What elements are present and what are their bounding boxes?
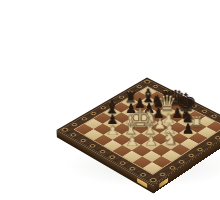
- chess-set-photo: ♜♛♚♝♞♛♟♞♜♜♟♟♟♟♟♟♟♞♟♟♝♟♚♝♞♟♝♟♟♟: [40, 16, 220, 200]
- photo-scene: ♜♛♚♝♞♛♟♞♜♜♟♟♟♟♟♟♟♞♟♟♝♟♚♝♞♟♝♟♟♟: [40, 16, 220, 200]
- brass-ring-icon: [129, 166, 136, 171]
- brass-ring-icon: [214, 135, 220, 139]
- brass-ring-icon: [140, 172, 147, 177]
- brass-ring-icon: [168, 166, 175, 170]
- brass-ring-icon: [211, 114, 218, 118]
- brass-ring-icon: [70, 133, 77, 137]
- chess-board: ♜♛♚♝♞♛♟♞♜♜♟♟♟♟♟♟♟♞♟♟♝♟♚♝♞♟♝♟♟♟: [57, 77, 220, 185]
- brass-ring-icon: [178, 159, 185, 163]
- brass-ring-icon: [90, 111, 97, 115]
- brass-ring-icon: [80, 117, 87, 121]
- brass-ring-icon: [71, 122, 78, 126]
- brass-ring-icon: [205, 141, 212, 145]
- brass-ring-icon: [99, 149, 106, 153]
- brass-ring-icon: [119, 161, 126, 165]
- brass-ring-icon: [61, 127, 70, 132]
- brass-ring-icon: [109, 155, 116, 159]
- brass-hinge-icon: [137, 178, 147, 188]
- brass-ring-icon: [149, 177, 158, 183]
- brass-ring-icon: [159, 172, 166, 177]
- brass-ring-icon: [89, 144, 96, 148]
- brass-ring-icon: [80, 138, 87, 142]
- brass-ring-icon: [196, 147, 203, 151]
- brass-hinge-icon: [159, 177, 168, 187]
- brass-ring-icon: [187, 153, 194, 157]
- brass-ring-icon: [143, 80, 151, 84]
